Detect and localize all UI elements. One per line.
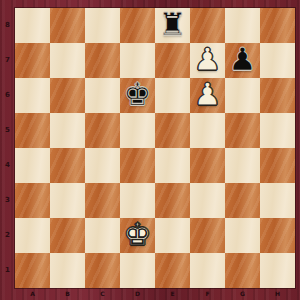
square-f2[interactable] [190, 218, 225, 253]
file-label-f: F [190, 288, 225, 300]
file-label-h: H [260, 288, 295, 300]
square-e3[interactable] [155, 183, 190, 218]
square-b2[interactable] [50, 218, 85, 253]
square-c8[interactable] [85, 8, 120, 43]
square-c6[interactable] [85, 78, 120, 113]
square-d8[interactable] [120, 8, 155, 43]
chess-board: ♜♟♟♚♟♚ [15, 8, 295, 288]
file-label-c: C [85, 288, 120, 300]
piece-white-pawn-f7[interactable]: ♟ [194, 42, 222, 77]
square-c1[interactable] [85, 253, 120, 288]
square-a5[interactable] [15, 113, 50, 148]
square-a4[interactable] [15, 148, 50, 183]
square-a6[interactable] [15, 78, 50, 113]
square-f3[interactable] [190, 183, 225, 218]
square-g8[interactable] [225, 8, 260, 43]
piece-black-pawn-g7[interactable]: ♟ [229, 42, 257, 77]
square-b1[interactable] [50, 253, 85, 288]
square-h8[interactable] [260, 8, 295, 43]
square-c4[interactable] [85, 148, 120, 183]
rank-label-7: 7 [0, 43, 15, 78]
file-label-g: G [225, 288, 260, 300]
square-d5[interactable] [120, 113, 155, 148]
file-label-e: E [155, 288, 190, 300]
square-d7[interactable] [120, 43, 155, 78]
square-c3[interactable] [85, 183, 120, 218]
square-h2[interactable] [260, 218, 295, 253]
file-label-d: D [120, 288, 155, 300]
square-d4[interactable] [120, 148, 155, 183]
rank-label-5: 5 [0, 113, 15, 148]
square-d6[interactable]: ♚ [120, 78, 155, 113]
rank-label-4: 4 [0, 148, 15, 183]
square-b3[interactable] [50, 183, 85, 218]
rank-label-2: 2 [0, 218, 15, 253]
square-e6[interactable] [155, 78, 190, 113]
square-c5[interactable] [85, 113, 120, 148]
square-d3[interactable] [120, 183, 155, 218]
square-h1[interactable] [260, 253, 295, 288]
square-e1[interactable] [155, 253, 190, 288]
piece-white-king-d2[interactable]: ♚ [124, 217, 152, 252]
square-b4[interactable] [50, 148, 85, 183]
square-e7[interactable] [155, 43, 190, 78]
square-g2[interactable] [225, 218, 260, 253]
square-f8[interactable] [190, 8, 225, 43]
rank-label-3: 3 [0, 183, 15, 218]
rank-label-6: 6 [0, 78, 15, 113]
square-f5[interactable] [190, 113, 225, 148]
square-g6[interactable] [225, 78, 260, 113]
square-f4[interactable] [190, 148, 225, 183]
square-b6[interactable] [50, 78, 85, 113]
square-h7[interactable] [260, 43, 295, 78]
square-g1[interactable] [225, 253, 260, 288]
rank-label-1: 1 [0, 253, 15, 288]
square-g3[interactable] [225, 183, 260, 218]
square-f1[interactable] [190, 253, 225, 288]
square-e2[interactable] [155, 218, 190, 253]
square-c2[interactable] [85, 218, 120, 253]
square-h6[interactable] [260, 78, 295, 113]
square-a3[interactable] [15, 183, 50, 218]
square-e8[interactable]: ♜ [155, 8, 190, 43]
square-c7[interactable] [85, 43, 120, 78]
square-a2[interactable] [15, 218, 50, 253]
square-h5[interactable] [260, 113, 295, 148]
square-h4[interactable] [260, 148, 295, 183]
square-f7[interactable]: ♟ [190, 43, 225, 78]
square-g7[interactable]: ♟ [225, 43, 260, 78]
square-e5[interactable] [155, 113, 190, 148]
square-g5[interactable] [225, 113, 260, 148]
file-label-a: A [15, 288, 50, 300]
square-b5[interactable] [50, 113, 85, 148]
square-g4[interactable] [225, 148, 260, 183]
rank-label-8: 8 [0, 8, 15, 43]
square-a1[interactable] [15, 253, 50, 288]
square-d1[interactable] [120, 253, 155, 288]
square-a7[interactable] [15, 43, 50, 78]
chess-diagram: ♜♟♟♚♟♚ 87654321ABCDEFGH [0, 0, 300, 300]
square-b7[interactable] [50, 43, 85, 78]
square-e4[interactable] [155, 148, 190, 183]
square-f6[interactable]: ♟ [190, 78, 225, 113]
square-d2[interactable]: ♚ [120, 218, 155, 253]
square-b8[interactable] [50, 8, 85, 43]
piece-white-pawn-f6[interactable]: ♟ [194, 77, 222, 112]
piece-black-king-d6[interactable]: ♚ [124, 77, 152, 112]
file-label-b: B [50, 288, 85, 300]
square-h3[interactable] [260, 183, 295, 218]
square-a8[interactable] [15, 8, 50, 43]
piece-black-rook-e8[interactable]: ♜ [159, 7, 187, 42]
